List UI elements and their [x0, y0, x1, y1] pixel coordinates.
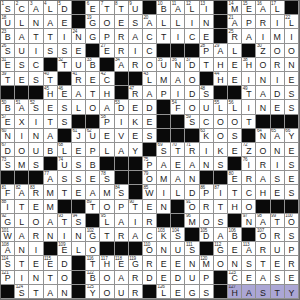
grid-cell: 108A — [1, 242, 15, 256]
cell-letter: L — [100, 147, 113, 157]
cell-letter: N — [44, 232, 57, 242]
grid-cell: S — [285, 100, 299, 114]
cell-letter: E — [44, 104, 57, 114]
cell-letter: N — [171, 61, 184, 71]
grid-cell: L — [72, 100, 86, 114]
grid-cell — [58, 72, 72, 86]
grid-cell: 105D — [200, 228, 214, 242]
grid-cell: A — [44, 214, 58, 228]
cell-letter: I — [58, 232, 71, 242]
cell-letter: E — [100, 47, 113, 57]
grid-cell: A — [143, 86, 157, 100]
grid-cell: 119G — [129, 256, 143, 270]
grid-cell: S — [58, 100, 72, 114]
grid-cell: E — [143, 115, 157, 129]
grid-cell: M — [44, 200, 58, 214]
cell-letter: B — [86, 274, 99, 284]
cell-letter: E — [143, 203, 156, 213]
grid-cell: 6E — [86, 1, 100, 15]
grid-cell: 104S — [171, 228, 185, 242]
grid-cell: E — [228, 143, 242, 157]
grid-cell: A — [115, 271, 129, 285]
cell-letter: T — [271, 289, 284, 299]
grid-cell — [115, 242, 129, 256]
grid-cell — [72, 200, 86, 214]
grid-cell: 7T — [100, 1, 114, 15]
grid-cell: 126L — [157, 285, 171, 299]
grid-cell — [72, 271, 86, 285]
cell-letter: O — [285, 218, 298, 228]
cell-letter: K — [129, 118, 142, 128]
cell-letter: U — [15, 47, 28, 57]
cell-letter: U — [72, 61, 85, 71]
cell-letter: R — [200, 203, 213, 213]
grid-cell: A — [129, 228, 143, 242]
grid-cell: I — [129, 214, 143, 228]
cell-letter: M — [200, 260, 213, 270]
cell-letter: D — [185, 189, 198, 199]
cell-letter: B — [86, 161, 99, 171]
grid-cell — [44, 157, 58, 171]
grid-cell: E — [271, 185, 285, 199]
cell-letter: Y — [285, 132, 298, 142]
cell-letter: R — [143, 218, 156, 228]
cell-letter: I — [242, 76, 255, 86]
cell-letter: S — [214, 218, 227, 228]
cell-letter: S — [214, 161, 227, 171]
cell-letter: I — [1, 203, 14, 213]
cell-letter: G — [86, 19, 99, 29]
cell-letter: T — [58, 218, 71, 228]
grid-cell: 29A — [214, 44, 228, 58]
grid-cell: I — [271, 15, 285, 29]
cell-letter: N — [200, 161, 213, 171]
cell-letter: H — [256, 189, 269, 199]
grid-cell: 87I — [214, 185, 228, 199]
grid-cell: 31E — [1, 58, 15, 72]
cell-letter: G — [86, 232, 99, 242]
grid-cell: C — [242, 185, 256, 199]
grid-cell: N — [228, 256, 242, 270]
cell-letter: A — [242, 246, 255, 256]
cell-letter: S — [200, 289, 213, 299]
cell-letter: E — [86, 5, 99, 15]
cell-letter: O — [58, 274, 71, 284]
grid-cell: S — [214, 157, 228, 171]
cell-letter: F — [1, 189, 14, 199]
grid-cell: E — [129, 129, 143, 143]
cell-letter: Y — [86, 289, 99, 299]
grid-cell: I — [171, 29, 185, 43]
grid-cell: N — [157, 242, 171, 256]
grid-cell: I — [242, 72, 256, 86]
grid-cell: R — [143, 256, 157, 270]
grid-cell: E — [285, 72, 299, 86]
cell-letter: E — [271, 104, 284, 114]
cell-letter: E — [171, 260, 184, 270]
cell-letter: A — [115, 61, 128, 71]
grid-cell: I — [271, 72, 285, 86]
cell-letter: U — [271, 246, 284, 256]
grid-cell — [214, 1, 228, 15]
cell-letter: O — [100, 274, 113, 284]
grid-cell: U — [171, 242, 185, 256]
cell-letter: C — [143, 47, 156, 57]
cell-letter: N — [29, 274, 42, 284]
grid-cell: C — [200, 115, 214, 129]
cell-letter: U — [1, 19, 14, 29]
cell-letter: N — [185, 175, 198, 185]
highlighted-cell: 127H — [228, 285, 242, 299]
cell-letter: R — [256, 246, 269, 256]
cell-letter: L — [185, 5, 198, 15]
grid-cell: I — [271, 157, 285, 171]
cell-letter: I — [242, 104, 255, 114]
grid-cell — [228, 157, 242, 171]
grid-cell: T — [15, 200, 29, 214]
grid-cell: 24N — [72, 29, 86, 43]
grid-cell: I — [171, 86, 185, 100]
grid-cell: S — [15, 58, 29, 72]
grid-cell: E — [72, 143, 86, 157]
cell-letter: X — [15, 118, 28, 128]
grid-cell: O — [29, 214, 43, 228]
cell-letter: L — [58, 147, 71, 157]
grid-cell: A — [242, 29, 256, 43]
cell-letter: G — [86, 33, 99, 43]
cell-letter: C — [228, 274, 241, 284]
grid-cell: 79O — [143, 171, 157, 185]
cell-letter: L — [44, 5, 57, 15]
grid-cell: 41R — [72, 72, 86, 86]
grid-cell: O — [214, 115, 228, 129]
grid-cell: 58P — [100, 115, 114, 129]
grid-cell: H — [256, 185, 270, 199]
grid-cell: 90T — [129, 200, 143, 214]
cell-letter: E — [115, 19, 128, 29]
cell-letter: N — [72, 232, 85, 242]
grid-cell — [86, 214, 100, 228]
grid-cell: M — [15, 157, 29, 171]
cell-letter: O — [214, 118, 227, 128]
grid-cell — [185, 44, 199, 58]
grid-cell: U — [185, 271, 199, 285]
cell-letter: O — [143, 61, 156, 71]
grid-cell: 40T — [44, 72, 58, 86]
cell-letter: E — [86, 175, 99, 185]
cell-letter: T — [86, 90, 99, 100]
grid-cell: N — [256, 72, 270, 86]
cell-letter: N — [256, 104, 269, 114]
cell-letter: O — [285, 47, 298, 57]
cell-letter: R — [129, 274, 142, 284]
cell-letter: R — [115, 33, 128, 43]
grid-cell: N — [15, 242, 29, 256]
cell-letter: T — [44, 76, 57, 86]
cell-letter: S — [15, 61, 28, 71]
grid-cell — [86, 44, 100, 58]
grid-cell — [271, 200, 285, 214]
cell-letter: D — [200, 232, 213, 242]
cell-letter: B — [44, 147, 57, 157]
cell-letter: O — [271, 47, 284, 57]
cell-letter: S — [256, 289, 269, 299]
grid-cell: K — [129, 115, 143, 129]
grid-cell: O — [86, 242, 100, 256]
grid-cell: T — [242, 115, 256, 129]
cell-letter: N — [29, 19, 42, 29]
grid-cell: 63K — [200, 129, 214, 143]
cell-letter: R — [129, 289, 142, 299]
cell-letter: S — [285, 232, 298, 242]
grid-cell: M — [100, 185, 114, 199]
grid-cell — [185, 228, 199, 242]
grid-cell: O — [271, 44, 285, 58]
cell-letter: Y — [285, 289, 298, 299]
grid-cell: N — [185, 171, 199, 185]
grid-cell: E — [143, 200, 157, 214]
cell-letter: H — [228, 289, 241, 299]
grid-cell: I — [129, 44, 143, 58]
grid-cell: 53D — [115, 100, 129, 114]
grid-cell — [171, 44, 185, 58]
grid-cell — [72, 115, 86, 129]
cell-letter: S — [228, 132, 241, 142]
grid-cell: S — [29, 157, 43, 171]
grid-cell: A — [72, 86, 86, 100]
cell-letter: E — [129, 104, 142, 114]
cell-letter: P — [157, 90, 170, 100]
cell-letter: C — [200, 118, 213, 128]
grid-cell: 25R — [228, 29, 242, 43]
cell-letter: M — [271, 33, 284, 43]
cell-letter: T — [44, 118, 57, 128]
grid-cell — [1, 285, 15, 299]
cell-letter: A — [214, 47, 227, 57]
cell-letter: P — [100, 33, 113, 43]
cell-letter: D — [185, 90, 198, 100]
grid-cell: T — [228, 185, 242, 199]
grid-cell: E — [228, 58, 242, 72]
grid-cell: I — [58, 228, 72, 242]
cell-letter: P — [1, 274, 14, 284]
cell-letter: A — [214, 232, 227, 242]
cell-letter: S — [271, 175, 284, 185]
cell-letter: I — [58, 33, 71, 43]
grid-cell: 47R — [129, 86, 143, 100]
cell-letter: A — [171, 76, 184, 86]
cell-letter: I — [157, 189, 170, 199]
grid-cell — [1, 171, 15, 185]
cell-letter: A — [129, 232, 142, 242]
highlighted-cell: A — [242, 285, 256, 299]
cell-letter: S — [115, 189, 128, 199]
cell-letter: O — [15, 147, 28, 157]
cell-letter: E — [242, 5, 255, 15]
cell-letter: S — [200, 90, 213, 100]
grid-cell: 23B — [1, 29, 15, 43]
grid-cell — [143, 143, 157, 157]
grid-cell: A — [256, 171, 270, 185]
cell-letter: E — [285, 175, 298, 185]
grid-cell: 26S — [1, 44, 15, 58]
grid-cell: R — [129, 285, 143, 299]
grid-cell: 65A — [271, 129, 285, 143]
cell-letter: S — [29, 104, 42, 114]
cell-letter: J — [72, 132, 85, 142]
grid-cell: 97N — [242, 214, 256, 228]
grid-cell: 91O — [185, 200, 199, 214]
cell-letter: R — [271, 61, 284, 71]
cell-letter: R — [29, 189, 42, 199]
cell-letter: A — [44, 218, 57, 228]
cell-letter: L — [285, 19, 298, 29]
grid-cell: 70T — [171, 143, 185, 157]
grid-cell: 36N — [171, 58, 185, 72]
cell-letter: A — [171, 5, 184, 15]
grid-cell: S — [271, 271, 285, 285]
grid-cell: I — [256, 29, 270, 43]
grid-cell: Y — [129, 143, 143, 157]
cell-letter: B — [1, 33, 14, 43]
cell-letter: T — [171, 147, 184, 157]
grid-cell: S — [72, 157, 86, 171]
grid-cell: O — [256, 58, 270, 72]
grid-cell: 88I — [1, 200, 15, 214]
grid-cell: I — [29, 242, 43, 256]
cell-letter: M — [44, 189, 57, 199]
grid-cell: E — [72, 44, 86, 58]
cell-letter: O — [214, 260, 227, 270]
cell-letter: C — [15, 5, 28, 15]
grid-cell — [200, 171, 214, 185]
cell-letter: S — [157, 147, 170, 157]
cell-letter: M — [15, 161, 28, 171]
cell-letter: N — [228, 260, 241, 270]
grid-cell: 38H — [242, 58, 256, 72]
grid-cell: E — [271, 256, 285, 270]
grid-cell: O — [256, 143, 270, 157]
grid-cell: 78S — [100, 171, 114, 185]
cell-letter: T — [129, 203, 142, 213]
cell-letter: A — [115, 274, 128, 284]
cell-letter: S — [1, 260, 14, 270]
grid-cell — [157, 129, 171, 143]
grid-cell: E — [271, 100, 285, 114]
grid-cell — [157, 214, 171, 228]
grid-cell: I — [185, 15, 199, 29]
cell-letter: S — [242, 260, 255, 270]
grid-cell: C — [143, 44, 157, 58]
grid-cell: P — [157, 86, 171, 100]
cell-letter: P — [143, 161, 156, 171]
grid-cell: I — [15, 271, 29, 285]
grid-cell: 11A — [171, 1, 185, 15]
grid-cell — [115, 72, 129, 86]
cell-letter: I — [256, 33, 269, 43]
grid-cell: P — [115, 200, 129, 214]
grid-cell: D — [185, 86, 199, 100]
cell-letter: T — [58, 189, 71, 199]
cell-letter: N — [285, 61, 298, 71]
cell-letter: O — [100, 203, 113, 213]
cell-letter: A — [256, 218, 269, 228]
cell-letter: C — [185, 33, 198, 43]
grid-cell: O — [214, 129, 228, 143]
grid-cell: 49T — [242, 86, 256, 100]
cell-letter: E — [271, 189, 284, 199]
grid-cell: 83R — [29, 185, 43, 199]
cell-letter: E — [72, 189, 85, 199]
cell-letter: O — [185, 203, 198, 213]
grid-cell: R — [29, 228, 43, 242]
cell-letter: E — [157, 260, 170, 270]
grid-cell: A — [15, 29, 29, 43]
cell-letter: A — [271, 132, 284, 142]
cell-letter: N — [157, 203, 170, 213]
grid-cell: R — [256, 157, 270, 171]
cell-letter: C — [143, 33, 156, 43]
grid-cell: 73S — [1, 157, 15, 171]
grid-cell: C — [143, 228, 157, 242]
cell-letter: I — [171, 33, 184, 43]
grid-cell — [100, 157, 114, 171]
cell-letter: T — [157, 33, 170, 43]
grid-cell — [285, 200, 299, 214]
grid-cell: 118E — [115, 256, 129, 270]
cell-letter: N — [29, 132, 42, 142]
grid-cell — [115, 86, 129, 100]
cell-letter: I — [29, 246, 42, 256]
grid-cell: S — [285, 157, 299, 171]
cell-letter: H — [44, 90, 57, 100]
cell-letter: I — [214, 189, 227, 199]
grid-cell: 46E — [58, 86, 72, 100]
grid-cell: 33B — [86, 58, 100, 72]
cell-letter: N — [58, 289, 71, 299]
cell-letter: S — [285, 104, 298, 114]
cell-letter: E — [15, 76, 28, 86]
grid-cell: 99T — [271, 214, 285, 228]
grid-cell — [44, 58, 58, 72]
cell-letter: P — [100, 118, 113, 128]
grid-cell: D — [58, 256, 72, 270]
cell-letter: E — [228, 147, 241, 157]
cell-letter: S — [285, 161, 298, 171]
grid-cell: 43L — [143, 72, 157, 86]
grid-cell: B — [44, 143, 58, 157]
grid-cell: 28P — [200, 44, 214, 58]
cell-letter: O — [86, 246, 99, 256]
cell-letter: T — [58, 61, 71, 71]
cell-letter: R — [256, 19, 269, 29]
grid-cell — [200, 72, 214, 86]
grid-cell: 95L — [100, 214, 114, 228]
grid-cell — [72, 15, 86, 29]
cell-letter: A — [44, 289, 57, 299]
grid-cell: S — [285, 86, 299, 100]
cell-letter: H — [100, 260, 113, 270]
cell-letter: L — [228, 47, 241, 57]
grid-cell: L — [15, 15, 29, 29]
grid-cell: A — [44, 285, 58, 299]
cell-letter: I — [285, 33, 298, 43]
cell-letter: T — [44, 33, 57, 43]
cell-letter: G — [185, 289, 198, 299]
grid-cell: E — [86, 72, 100, 86]
cell-letter: R — [271, 232, 284, 242]
grid-cell: L — [72, 242, 86, 256]
